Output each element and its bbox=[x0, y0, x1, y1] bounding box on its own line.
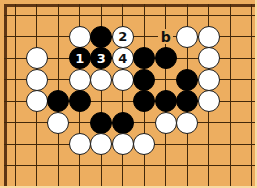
stone-white bbox=[176, 112, 198, 134]
stone-black bbox=[112, 112, 134, 134]
stone-white bbox=[90, 69, 112, 91]
stone-white bbox=[90, 133, 112, 155]
stone-white bbox=[69, 26, 91, 48]
stone-white bbox=[112, 69, 134, 91]
label-b: b bbox=[158, 29, 173, 44]
stone-white bbox=[26, 69, 48, 91]
move-2-stone: 2 bbox=[112, 26, 134, 48]
stone-white bbox=[198, 47, 220, 69]
stone-black bbox=[133, 90, 155, 112]
move-1-stone: 1 bbox=[69, 47, 91, 69]
stone-white bbox=[176, 26, 198, 48]
stone-black bbox=[90, 112, 112, 134]
image-edge-right bbox=[255, 0, 257, 188]
grid-line-horizontal bbox=[4, 15, 257, 16]
stone-white bbox=[155, 112, 177, 134]
stone-white bbox=[47, 112, 69, 134]
stone-black bbox=[47, 90, 69, 112]
stone-white bbox=[26, 47, 48, 69]
stone-black bbox=[69, 90, 91, 112]
stone-white bbox=[69, 69, 91, 91]
move-4-stone: 4 bbox=[112, 47, 134, 69]
grid-line-horizontal bbox=[4, 165, 257, 166]
go-board-diagram: 2134b bbox=[0, 0, 257, 188]
stone-black bbox=[176, 90, 198, 112]
stone-white bbox=[133, 133, 155, 155]
stone-white bbox=[112, 133, 134, 155]
grid-line-vertical bbox=[230, 4, 231, 188]
move-3-stone: 3 bbox=[90, 47, 112, 69]
grid-line-vertical bbox=[15, 4, 16, 188]
image-edge-bottom bbox=[0, 186, 257, 188]
stone-white bbox=[69, 133, 91, 155]
stone-white bbox=[198, 26, 220, 48]
stone-black bbox=[155, 90, 177, 112]
stone-black bbox=[155, 47, 177, 69]
stone-white bbox=[26, 90, 48, 112]
stone-white bbox=[198, 69, 220, 91]
board-edge-top bbox=[4, 4, 257, 7]
grid-line-vertical bbox=[251, 4, 252, 188]
stone-black bbox=[133, 47, 155, 69]
stone-black bbox=[90, 26, 112, 48]
stone-black bbox=[133, 69, 155, 91]
stone-black bbox=[176, 69, 198, 91]
board-edge-left bbox=[4, 4, 7, 188]
stone-white bbox=[198, 90, 220, 112]
